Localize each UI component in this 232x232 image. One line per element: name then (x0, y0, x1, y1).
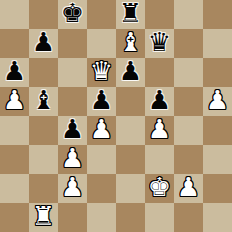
square-g7[interactable] (174, 29, 203, 58)
square-c3[interactable]: ♟ (58, 145, 87, 174)
square-f8[interactable] (145, 0, 174, 29)
square-e7[interactable]: ♝ (116, 29, 145, 58)
square-d8[interactable] (87, 0, 116, 29)
chess-board: ♚♜♟♝♛♟♛♟♟♝♟♟♟♟♟♟♟♟♚♟♜ (0, 0, 232, 232)
square-f1[interactable] (145, 203, 174, 232)
square-d1[interactable] (87, 203, 116, 232)
square-a4[interactable] (0, 116, 29, 145)
square-h7[interactable] (203, 29, 232, 58)
square-g1[interactable] (174, 203, 203, 232)
piece-white-pawn: ♟ (61, 173, 84, 202)
square-h2[interactable] (203, 174, 232, 203)
square-f7[interactable]: ♛ (145, 29, 174, 58)
square-g3[interactable] (174, 145, 203, 174)
square-d5[interactable]: ♟ (87, 87, 116, 116)
piece-black-pawn: ♟ (3, 57, 26, 86)
square-e6[interactable]: ♟ (116, 58, 145, 87)
square-g8[interactable] (174, 0, 203, 29)
square-c6[interactable] (58, 58, 87, 87)
piece-black-bishop: ♝ (32, 86, 55, 115)
piece-black-pawn: ♟ (90, 86, 113, 115)
square-h8[interactable] (203, 0, 232, 29)
square-h6[interactable] (203, 58, 232, 87)
square-c2[interactable]: ♟ (58, 174, 87, 203)
piece-black-queen: ♛ (148, 28, 171, 57)
square-b1[interactable]: ♜ (29, 203, 58, 232)
square-e3[interactable] (116, 145, 145, 174)
square-b8[interactable] (29, 0, 58, 29)
square-g4[interactable] (174, 116, 203, 145)
square-b3[interactable] (29, 145, 58, 174)
square-c1[interactable] (58, 203, 87, 232)
square-b2[interactable] (29, 174, 58, 203)
square-e4[interactable] (116, 116, 145, 145)
square-a3[interactable] (0, 145, 29, 174)
piece-white-pawn: ♟ (206, 86, 229, 115)
piece-white-pawn: ♟ (148, 115, 171, 144)
square-e2[interactable] (116, 174, 145, 203)
square-b7[interactable]: ♟ (29, 29, 58, 58)
square-f4[interactable]: ♟ (145, 116, 174, 145)
piece-black-pawn: ♟ (61, 115, 84, 144)
square-a2[interactable] (0, 174, 29, 203)
square-b5[interactable]: ♝ (29, 87, 58, 116)
square-d7[interactable] (87, 29, 116, 58)
piece-white-rook: ♜ (32, 202, 55, 231)
piece-white-pawn: ♟ (3, 86, 26, 115)
square-f5[interactable]: ♟ (145, 87, 174, 116)
square-h4[interactable] (203, 116, 232, 145)
square-a8[interactable] (0, 0, 29, 29)
square-a1[interactable] (0, 203, 29, 232)
square-b4[interactable] (29, 116, 58, 145)
square-h3[interactable] (203, 145, 232, 174)
square-f3[interactable] (145, 145, 174, 174)
square-c4[interactable]: ♟ (58, 116, 87, 145)
square-h5[interactable]: ♟ (203, 87, 232, 116)
square-g2[interactable]: ♟ (174, 174, 203, 203)
piece-white-pawn: ♟ (177, 173, 200, 202)
square-d2[interactable] (87, 174, 116, 203)
square-b6[interactable] (29, 58, 58, 87)
square-g6[interactable] (174, 58, 203, 87)
piece-black-rook: ♜ (119, 0, 142, 28)
square-f2[interactable]: ♚ (145, 174, 174, 203)
square-e8[interactable]: ♜ (116, 0, 145, 29)
piece-black-pawn: ♟ (148, 86, 171, 115)
piece-white-pawn: ♟ (90, 115, 113, 144)
piece-black-pawn: ♟ (32, 28, 55, 57)
square-g5[interactable] (174, 87, 203, 116)
square-f6[interactable] (145, 58, 174, 87)
square-d4[interactable]: ♟ (87, 116, 116, 145)
square-c8[interactable]: ♚ (58, 0, 87, 29)
square-a5[interactable]: ♟ (0, 87, 29, 116)
piece-white-queen: ♛ (90, 57, 113, 86)
piece-black-pawn: ♟ (119, 57, 142, 86)
square-a7[interactable] (0, 29, 29, 58)
square-c5[interactable] (58, 87, 87, 116)
square-e5[interactable] (116, 87, 145, 116)
square-d3[interactable] (87, 145, 116, 174)
square-e1[interactable] (116, 203, 145, 232)
piece-white-bishop: ♝ (119, 28, 142, 57)
piece-black-king: ♚ (61, 0, 84, 28)
square-d6[interactable]: ♛ (87, 58, 116, 87)
square-a6[interactable]: ♟ (0, 58, 29, 87)
piece-white-pawn: ♟ (61, 144, 84, 173)
square-h1[interactable] (203, 203, 232, 232)
square-c7[interactable] (58, 29, 87, 58)
piece-white-king: ♚ (148, 173, 171, 202)
